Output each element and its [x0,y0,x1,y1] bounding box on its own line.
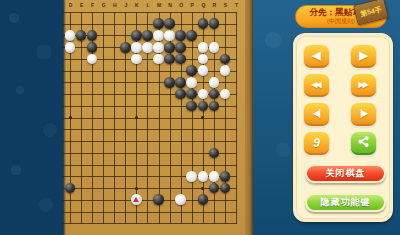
grid-row-line-14 [63,165,237,166]
column-label-L: L [143,1,153,9]
star-point-K16 [135,187,138,190]
stone-black-F3 [87,30,98,41]
stone-white-P15 [186,171,197,182]
stone-black-O8 [175,89,186,100]
fast-back-icon: ◀◀ [313,81,320,89]
share-button[interactable] [351,132,376,155]
grid-row-line-18 [63,212,237,213]
stone-black-J4 [120,42,131,53]
left-sidebar-background [0,0,63,235]
stone-black-N4 [164,42,175,53]
stone-white-R4 [209,42,220,53]
stone-black-O7 [175,77,186,88]
stone-black-O5 [175,54,186,65]
stone-white-Q4 [198,42,209,53]
stone-black-N7 [164,77,175,88]
jump-to-end-button[interactable]: |▶ [351,103,376,126]
column-label-O: O [176,1,186,9]
fast-forward-button[interactable]: ▶▶ [351,74,376,97]
stone-white-M5 [153,54,164,65]
navigation-button-grid: ◀▶◀◀▶▶◀||▶9 [304,45,382,157]
controls-card: ◀▶◀◀▶▶◀||▶9 关闭棋盘 隐藏功能键 [293,33,393,222]
stone-black-K3 [131,30,142,41]
stone-black-E3 [76,30,87,41]
step-back-icon: ◀ [312,50,320,61]
stone-white-O17 [175,194,186,205]
step-forward-button[interactable]: ▶ [351,45,376,68]
stone-white-Q8 [198,89,209,100]
fast-back-button[interactable]: ◀◀ [304,74,329,97]
stone-black-D16 [65,183,76,194]
stone-white-F5 [87,54,98,65]
move-numbers-button[interactable]: 9 [304,132,329,155]
star-point-Q10 [201,116,204,119]
stone-black-Q17 [198,194,209,205]
column-label-M: M [154,1,164,9]
column-label-K: K [132,1,142,9]
move-numbers-icon: 9 [313,137,320,149]
column-label-G: G [99,1,109,9]
stone-white-K4 [131,42,142,53]
step-forward-icon: ▶ [359,50,367,61]
grid-row-line-6 [63,71,237,72]
hide-controls-button[interactable]: 隐藏功能键 [305,193,386,212]
fast-forward-icon: ▶▶ [360,81,367,89]
stone-black-R16 [209,183,220,194]
stone-black-P9 [186,101,197,112]
grid-row-line-10 [63,118,237,119]
stone-black-M17 [153,194,164,205]
stone-black-F4 [87,42,98,53]
stone-white-P7 [186,77,197,88]
grid-row-line-1 [63,12,237,13]
column-label-J: J [121,1,131,9]
stone-black-S15 [220,171,231,182]
column-label-S: S [220,1,230,9]
stone-black-R13 [209,148,220,159]
stone-black-N5 [164,54,175,65]
column-label-T: T [232,1,242,9]
stone-white-Q15 [198,171,209,182]
star-point-D10 [69,116,72,119]
stone-black-L3 [142,30,153,41]
column-label-D: D [66,1,76,9]
stone-white-S8 [220,89,231,100]
control-panel: 分先：黑贴7.5目 (中国规则) 第54手 ◀▶◀◀▶▶◀||▶9 关闭棋盘 隐… [253,0,400,235]
stone-white-K5 [131,54,142,65]
move-number-text: 第54手 [359,4,383,19]
last-move-marker [133,197,139,202]
column-label-N: N [165,1,175,9]
stone-black-O4 [175,42,186,53]
stone-black-M2 [153,18,164,29]
jump-to-start-button[interactable]: ◀| [304,103,329,126]
stone-white-L4 [142,42,153,53]
column-label-E: E [77,1,87,9]
step-back-button[interactable]: ◀ [304,45,329,68]
stone-white-N3 [164,30,175,41]
go-board[interactable]: DEFGHJKLMNOPQRST [63,0,253,235]
stone-white-Q5 [198,54,209,65]
stone-white-D3 [65,30,76,41]
board-right-edge [245,0,253,235]
grid-row-line-11 [63,129,237,130]
grid-row-line-19 [63,223,237,224]
stone-black-O3 [175,30,186,41]
share-icon [357,135,370,151]
jump-to-start-icon: ◀| [313,109,320,118]
star-point-K10 [135,116,138,119]
stone-black-Q9 [198,101,209,112]
stone-black-R9 [209,101,220,112]
stone-black-R2 [209,18,220,29]
stone-black-P6 [186,65,197,76]
stone-black-S5 [220,54,231,65]
star-point-Q16 [201,187,204,190]
stone-white-S6 [220,65,231,76]
stone-white-M3 [153,30,164,41]
jump-to-end-icon: |▶ [360,109,367,118]
stone-white-Q6 [198,65,209,76]
column-label-F: F [88,1,98,9]
stone-black-S16 [220,183,231,194]
stone-white-R7 [209,77,220,88]
column-label-H: H [110,1,120,9]
stone-black-R8 [209,89,220,100]
close-board-button[interactable]: 关闭棋盘 [305,164,386,183]
column-label-R: R [209,1,219,9]
grid-row-line-17 [63,200,237,201]
stone-white-M4 [153,42,164,53]
stone-white-D4 [65,42,76,53]
column-label-P: P [187,1,197,9]
column-label-Q: Q [198,1,208,9]
stone-white-R15 [209,171,220,182]
stone-black-N2 [164,18,175,29]
stone-black-P3 [186,30,197,41]
stone-black-Q2 [198,18,209,29]
grid-row-line-12 [63,141,237,142]
stone-black-P8 [186,89,197,100]
go-app-window: DEFGHJKLMNOPQRST 分先：黑贴7.5目 (中国规则) 第54手 ◀… [0,0,400,235]
